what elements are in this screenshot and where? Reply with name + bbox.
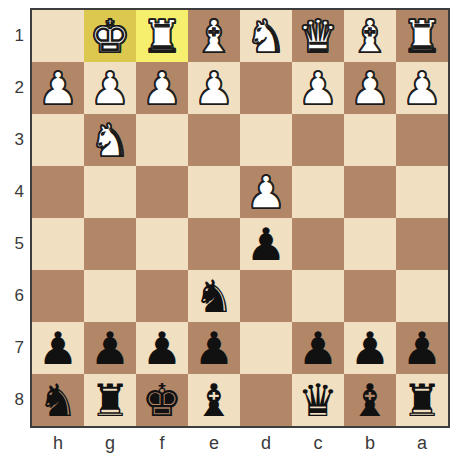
file-label-e: e (188, 430, 240, 456)
white-rook-a1[interactable]: ♜ (402, 14, 442, 59)
black-pawn-h7[interactable]: ♟ (38, 326, 78, 371)
square-c1[interactable]: ♛ (292, 10, 344, 62)
square-h3[interactable] (32, 114, 84, 166)
black-bishop-b8[interactable]: ♝ (350, 378, 390, 423)
white-pawn-a2[interactable]: ♟ (402, 66, 442, 111)
square-d4[interactable]: ♟ (240, 166, 292, 218)
square-c8[interactable]: ♛ (292, 374, 344, 426)
square-c5[interactable] (292, 218, 344, 270)
square-h8[interactable]: ♞ (32, 374, 84, 426)
square-a8[interactable]: ♜ (396, 374, 448, 426)
black-pawn-d5[interactable]: ♟ (246, 222, 286, 267)
square-b4[interactable] (344, 166, 396, 218)
white-pawn-e2[interactable]: ♟ (194, 66, 234, 111)
square-a5[interactable] (396, 218, 448, 270)
square-h5[interactable] (32, 218, 84, 270)
file-label-c: c (292, 430, 344, 456)
square-b8[interactable]: ♝ (344, 374, 396, 426)
white-queen-c1[interactable]: ♛ (298, 14, 338, 59)
square-c6[interactable] (292, 270, 344, 322)
black-knight-h8[interactable]: ♞ (38, 378, 78, 423)
square-a6[interactable] (396, 270, 448, 322)
square-h4[interactable] (32, 166, 84, 218)
white-pawn-g2[interactable]: ♟ (90, 66, 130, 111)
square-g5[interactable] (84, 218, 136, 270)
square-a4[interactable] (396, 166, 448, 218)
square-e5[interactable] (188, 218, 240, 270)
square-g3[interactable]: ♞ (84, 114, 136, 166)
rank-label-6: 6 (0, 270, 24, 322)
square-e1[interactable]: ♝ (188, 10, 240, 62)
square-a2[interactable]: ♟ (396, 62, 448, 114)
square-g4[interactable] (84, 166, 136, 218)
square-b7[interactable]: ♟ (344, 322, 396, 374)
square-e2[interactable]: ♟ (188, 62, 240, 114)
file-labels: hgfedcba (32, 430, 448, 456)
rank-label-3: 3 (0, 114, 24, 166)
square-g7[interactable]: ♟ (84, 322, 136, 374)
square-h6[interactable] (32, 270, 84, 322)
square-d6[interactable] (240, 270, 292, 322)
square-f4[interactable] (136, 166, 188, 218)
square-f2[interactable]: ♟ (136, 62, 188, 114)
square-e6[interactable]: ♞ (188, 270, 240, 322)
square-b1[interactable]: ♝ (344, 10, 396, 62)
black-rook-a8[interactable]: ♜ (402, 378, 442, 423)
file-label-h: h (32, 430, 84, 456)
white-pawn-h2[interactable]: ♟ (38, 66, 78, 111)
chessboard: ♚♜♝♞♛♝♜♟♟♟♟♟♟♟♞♟♟♞♟♟♟♟♟♟♟♞♜♚♝♛♝♜ (30, 8, 450, 428)
square-e7[interactable]: ♟ (188, 322, 240, 374)
square-a3[interactable] (396, 114, 448, 166)
square-g2[interactable]: ♟ (84, 62, 136, 114)
square-a1[interactable]: ♜ (396, 10, 448, 62)
white-rook-f1[interactable]: ♜ (142, 14, 182, 59)
square-f8[interactable]: ♚ (136, 374, 188, 426)
square-c4[interactable] (292, 166, 344, 218)
square-h2[interactable]: ♟ (32, 62, 84, 114)
white-pawn-d4[interactable]: ♟ (246, 170, 286, 215)
square-f1[interactable]: ♜ (136, 10, 188, 62)
square-g6[interactable] (84, 270, 136, 322)
square-b2[interactable]: ♟ (344, 62, 396, 114)
black-pawn-f7[interactable]: ♟ (142, 326, 182, 371)
square-f5[interactable] (136, 218, 188, 270)
white-knight-g3[interactable]: ♞ (90, 118, 130, 163)
file-label-b: b (344, 430, 396, 456)
white-king-g1[interactable]: ♚ (90, 14, 130, 59)
square-b5[interactable] (344, 218, 396, 270)
square-c7[interactable]: ♟ (292, 322, 344, 374)
rank-label-5: 5 (0, 218, 24, 270)
black-bishop-e8[interactable]: ♝ (194, 378, 234, 423)
black-queen-c8[interactable]: ♛ (298, 378, 338, 423)
square-h1[interactable] (32, 10, 84, 62)
square-h7[interactable]: ♟ (32, 322, 84, 374)
square-e8[interactable]: ♝ (188, 374, 240, 426)
square-d2[interactable] (240, 62, 292, 114)
white-bishop-e1[interactable]: ♝ (194, 14, 234, 59)
file-label-g: g (84, 430, 136, 456)
square-c2[interactable]: ♟ (292, 62, 344, 114)
white-pawn-f2[interactable]: ♟ (142, 66, 182, 111)
white-bishop-b1[interactable]: ♝ (350, 14, 390, 59)
file-label-f: f (136, 430, 188, 456)
black-king-f8[interactable]: ♚ (142, 378, 182, 423)
file-label-d: d (240, 430, 292, 456)
square-e3[interactable] (188, 114, 240, 166)
square-f3[interactable] (136, 114, 188, 166)
rank-label-8: 8 (0, 374, 24, 426)
square-d3[interactable] (240, 114, 292, 166)
square-c3[interactable] (292, 114, 344, 166)
black-knight-e6[interactable]: ♞ (194, 274, 234, 319)
black-pawn-b7[interactable]: ♟ (350, 326, 390, 371)
square-d8[interactable] (240, 374, 292, 426)
white-knight-d1[interactable]: ♞ (246, 14, 286, 59)
file-label-a: a (396, 430, 448, 456)
rank-label-4: 4 (0, 166, 24, 218)
square-d5[interactable]: ♟ (240, 218, 292, 270)
square-b3[interactable] (344, 114, 396, 166)
white-pawn-c2[interactable]: ♟ (298, 66, 338, 111)
rank-label-2: 2 (0, 62, 24, 114)
square-g8[interactable]: ♜ (84, 374, 136, 426)
black-pawn-a7[interactable]: ♟ (402, 326, 442, 371)
white-pawn-b2[interactable]: ♟ (350, 66, 390, 111)
rank-label-1: 1 (0, 10, 24, 62)
black-rook-g8[interactable]: ♜ (90, 378, 130, 423)
rank-label-7: 7 (0, 322, 24, 374)
square-g1[interactable]: ♚ (84, 10, 136, 62)
square-f6[interactable] (136, 270, 188, 322)
black-pawn-g7[interactable]: ♟ (90, 326, 130, 371)
square-d7[interactable] (240, 322, 292, 374)
rank-labels: 12345678 (0, 10, 24, 426)
square-b6[interactable] (344, 270, 396, 322)
black-pawn-c7[interactable]: ♟ (298, 326, 338, 371)
square-a7[interactable]: ♟ (396, 322, 448, 374)
square-d1[interactable]: ♞ (240, 10, 292, 62)
square-e4[interactable] (188, 166, 240, 218)
board: ♚♜♝♞♛♝♜♟♟♟♟♟♟♟♞♟♟♞♟♟♟♟♟♟♟♞♜♚♝♛♝♜ (32, 10, 448, 426)
square-f7[interactable]: ♟ (136, 322, 188, 374)
black-pawn-e7[interactable]: ♟ (194, 326, 234, 371)
